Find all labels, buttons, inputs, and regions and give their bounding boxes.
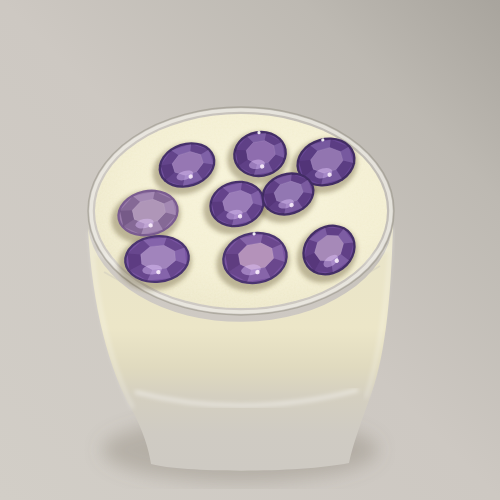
gem-jar-photo: [0, 0, 500, 500]
photo-stage: [0, 0, 500, 500]
